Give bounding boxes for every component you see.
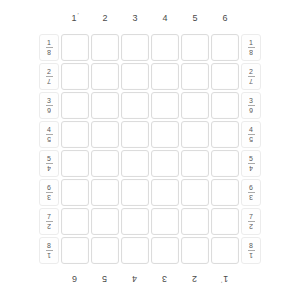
corner-spacer (39, 8, 59, 28)
fraction-bar (46, 221, 53, 222)
rotated-file-number: 1′ (221, 274, 228, 284)
board-cell[interactable] (61, 150, 89, 177)
cells-strip (61, 63, 239, 90)
board-cell[interactable] (211, 92, 239, 119)
board-cell[interactable] (91, 92, 119, 119)
tick-mark: ′ (77, 12, 78, 18)
rank-number-near: 1 (47, 39, 51, 46)
file-number: 5 (192, 13, 197, 23)
rank-number-far: 8 (249, 49, 253, 56)
board-row-5: 54 54 (39, 150, 261, 177)
rank-number-far: 6 (249, 107, 253, 114)
board-row-1: 18 18 (39, 34, 261, 61)
cells-strip (61, 121, 239, 148)
rank-number-near: 5 (249, 155, 253, 162)
fraction-bar (248, 76, 255, 77)
board-row-8: 81 81 (39, 237, 261, 264)
rank-label-left-1: 18 (39, 34, 59, 61)
top-coordinates: 1′ 2 3 4 5 6 (39, 8, 261, 28)
rank-number-near: 8 (47, 242, 51, 249)
board-cell[interactable] (121, 150, 149, 177)
board-row-2: 27 27 (39, 63, 261, 90)
cells-strip (61, 92, 239, 119)
board-cell[interactable] (151, 92, 179, 119)
fraction-bar (248, 250, 255, 251)
board-cell[interactable] (121, 121, 149, 148)
board-cell[interactable] (91, 208, 119, 235)
board-cell[interactable] (151, 208, 179, 235)
fraction-bar (46, 47, 53, 48)
page: 1′ 2 3 4 5 6 18 18 27 27 36 36 45 45 (0, 0, 300, 300)
cells-strip (61, 237, 239, 264)
board-row-7: 72 72 (39, 208, 261, 235)
rank-number-near: 2 (249, 68, 253, 75)
board-cell[interactable] (61, 208, 89, 235)
fraction-bar (248, 47, 255, 48)
fraction-bar (46, 250, 53, 251)
file-label-bottom-1: 1′ (211, 269, 239, 289)
board-cell[interactable] (151, 63, 179, 90)
fraction-bar (46, 192, 53, 193)
board-cell[interactable] (181, 92, 209, 119)
rank-number-near: 4 (47, 126, 51, 133)
rank-number-far: 8 (47, 49, 51, 56)
rank-number-far: 4 (47, 165, 51, 172)
board-cell[interactable] (61, 34, 89, 61)
file-number: 2 (102, 13, 107, 23)
file-label-top-2: 2 (91, 8, 119, 28)
rank-label-right-3: 36 (241, 92, 261, 119)
rank-number-near: 6 (249, 184, 253, 191)
cells-strip (61, 34, 239, 61)
rank-number-near: 4 (249, 126, 253, 133)
board-cell[interactable] (181, 63, 209, 90)
file-label-bottom-6: 6 (61, 269, 89, 289)
board-cell[interactable] (151, 34, 179, 61)
board-cell[interactable] (211, 150, 239, 177)
rank-label-right-6: 63 (241, 179, 261, 206)
rank-number-far: 2 (249, 223, 253, 230)
rank-number-near: 1 (249, 39, 253, 46)
rank-label-left-3: 36 (39, 92, 59, 119)
board-cell[interactable] (181, 150, 209, 177)
cells-strip (61, 208, 239, 235)
board-row-3: 36 36 (39, 92, 261, 119)
board-row-4: 45 45 (39, 121, 261, 148)
rank-number-far: 5 (47, 136, 51, 143)
fraction-bar (248, 134, 255, 135)
corner-spacer (39, 269, 59, 289)
board-cell[interactable] (61, 237, 89, 264)
board-cell[interactable] (181, 34, 209, 61)
rotated-file-number: 3 (162, 274, 167, 284)
board-cell[interactable] (61, 63, 89, 90)
file-label-top-3: 3 (121, 8, 149, 28)
rank-label-right-4: 45 (241, 121, 261, 148)
file-label-top-1: 1′ (61, 8, 89, 28)
corner-spacer (241, 269, 261, 289)
board-cell[interactable] (211, 121, 239, 148)
rotated-file-number: 2 (192, 274, 197, 284)
board-row-6: 63 63 (39, 179, 261, 206)
rank-label-right-1: 18 (241, 34, 261, 61)
board-cell[interactable] (181, 208, 209, 235)
rank-label-left-4: 45 (39, 121, 59, 148)
fraction-bar (46, 105, 53, 106)
fraction-bar (46, 134, 53, 135)
rank-number-near: 7 (47, 213, 51, 220)
board-cell[interactable] (181, 121, 209, 148)
board-cell[interactable] (91, 150, 119, 177)
rank-number-far: 7 (249, 78, 253, 85)
board-cell[interactable] (121, 179, 149, 206)
board-cell[interactable] (91, 121, 119, 148)
file-label-bottom-2: 2 (181, 269, 209, 289)
rank-number-far: 1 (249, 252, 253, 259)
file-number: 3 (132, 13, 137, 23)
board-cell[interactable] (121, 63, 149, 90)
file-label-top-5: 5 (181, 8, 209, 28)
board-cell[interactable] (211, 179, 239, 206)
board-cell[interactable] (121, 92, 149, 119)
file-number: 4 (162, 13, 167, 23)
rank-label-right-2: 27 (241, 63, 261, 90)
board-cell[interactable] (181, 179, 209, 206)
file-label-bottom-4: 4 (121, 269, 149, 289)
board-cell[interactable] (211, 63, 239, 90)
board-cell[interactable] (61, 121, 89, 148)
game-board: 1′ 2 3 4 5 6 18 18 27 27 36 36 45 45 (39, 8, 261, 289)
board-cell[interactable] (121, 237, 149, 264)
board-cell[interactable] (91, 237, 119, 264)
rank-number-near: 5 (47, 155, 51, 162)
rank-number-far: 5 (249, 136, 253, 143)
rank-label-left-6: 63 (39, 179, 59, 206)
rank-number-far: 6 (47, 107, 51, 114)
file-label-top-4: 4 (151, 8, 179, 28)
rank-label-left-5: 54 (39, 150, 59, 177)
rank-number-near: 8 (249, 242, 253, 249)
file-number: 6 (222, 13, 227, 23)
rank-number-near: 6 (47, 184, 51, 191)
board-cell[interactable] (91, 63, 119, 90)
rank-number-far: 1 (47, 252, 51, 259)
fraction-bar (248, 192, 255, 193)
file-number: 1 (71, 13, 76, 23)
rotated-file-number: 5 (102, 274, 107, 284)
fraction-bar (46, 76, 53, 77)
fraction-bar (248, 105, 255, 106)
file-label-bottom-5: 5 (91, 269, 119, 289)
board-cell[interactable] (151, 237, 179, 264)
fraction-bar (46, 163, 53, 164)
rank-label-right-5: 54 (241, 150, 261, 177)
board-cell[interactable] (61, 179, 89, 206)
rank-label-left-2: 27 (39, 63, 59, 90)
board-cell[interactable] (151, 121, 179, 148)
rank-number-near: 3 (249, 97, 253, 104)
rank-label-left-8: 81 (39, 237, 59, 264)
rank-label-left-7: 72 (39, 208, 59, 235)
rank-number-far: 4 (249, 165, 253, 172)
board-cell[interactable] (211, 34, 239, 61)
rank-number-far: 7 (47, 78, 51, 85)
rank-number-far: 3 (47, 194, 51, 201)
board-cell[interactable] (151, 150, 179, 177)
board-cell[interactable] (91, 34, 119, 61)
rank-number-far: 3 (249, 194, 253, 201)
board-cell[interactable] (61, 92, 89, 119)
corner-spacer (241, 8, 261, 28)
rotated-file-number: 6 (72, 274, 77, 284)
board-cell[interactable] (121, 208, 149, 235)
rank-label-right-7: 72 (241, 208, 261, 235)
rank-number-far: 2 (47, 223, 51, 230)
board-cell[interactable] (121, 34, 149, 61)
file-label-bottom-3: 3 (151, 269, 179, 289)
bottom-coordinates: 6 5 4 3 2 1′ (39, 269, 261, 289)
cells-strip (61, 150, 239, 177)
rank-number-near: 2 (47, 68, 51, 75)
rotated-file-number: 4 (132, 274, 137, 284)
fraction-bar (248, 163, 255, 164)
board-cell[interactable] (181, 237, 209, 264)
cells-strip (61, 179, 239, 206)
board-cell[interactable] (91, 179, 119, 206)
board-cell[interactable] (151, 179, 179, 206)
rank-number-near: 7 (249, 213, 253, 220)
board-cell[interactable] (211, 208, 239, 235)
board-cell[interactable] (211, 237, 239, 264)
rank-label-right-8: 81 (241, 237, 261, 264)
file-label-top-6: 6 (211, 8, 239, 28)
fraction-bar (248, 221, 255, 222)
rank-number-near: 3 (47, 97, 51, 104)
